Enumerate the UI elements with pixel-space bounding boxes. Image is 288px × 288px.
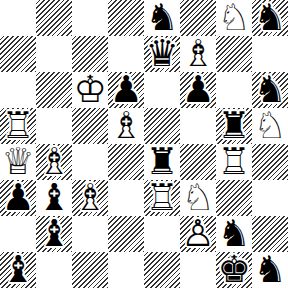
- square-b4[interactable]: ♝♗: [36, 144, 72, 180]
- square-e5[interactable]: [144, 108, 180, 144]
- square-b7[interactable]: [36, 36, 72, 72]
- black-knight: ♞♞: [252, 0, 288, 36]
- square-a7[interactable]: [0, 36, 36, 72]
- square-e8[interactable]: ♞♞: [144, 0, 180, 36]
- black-queen: ♛♛: [144, 36, 180, 72]
- square-b6[interactable]: [36, 72, 72, 108]
- square-e3[interactable]: ♜♖: [144, 180, 180, 216]
- square-a3[interactable]: ♟♟: [0, 180, 36, 216]
- white-bishop: ♝♗: [180, 36, 216, 72]
- square-g3[interactable]: [216, 180, 252, 216]
- square-b2[interactable]: ♝♝: [36, 216, 72, 252]
- square-g4[interactable]: ♜♖: [216, 144, 252, 180]
- square-f5[interactable]: [180, 108, 216, 144]
- square-c6[interactable]: ♚♔: [72, 72, 108, 108]
- square-g5[interactable]: ♜♜: [216, 108, 252, 144]
- square-b8[interactable]: [36, 0, 72, 36]
- white-bishop: ♝♗: [72, 180, 108, 216]
- square-g6[interactable]: [216, 72, 252, 108]
- white-bishop: ♝♗: [108, 108, 144, 144]
- square-a1[interactable]: ♝♝: [0, 252, 36, 288]
- square-e6[interactable]: [144, 72, 180, 108]
- square-f1[interactable]: [180, 252, 216, 288]
- square-g7[interactable]: [216, 36, 252, 72]
- square-d8[interactable]: [108, 0, 144, 36]
- square-h6[interactable]: ♞♞: [252, 72, 288, 108]
- white-knight: ♞♘: [216, 0, 252, 36]
- square-f3[interactable]: ♞♘: [180, 180, 216, 216]
- white-queen: ♛♕: [0, 144, 36, 180]
- black-rook: ♜♜: [144, 144, 180, 180]
- white-rook: ♜♖: [0, 108, 36, 144]
- square-c4[interactable]: [72, 144, 108, 180]
- white-knight: ♞♘: [252, 108, 288, 144]
- square-d3[interactable]: [108, 180, 144, 216]
- chess-board: ♞♞♞♘♞♞♛♛♝♗♚♔♟♟♟♟♞♞♜♖♝♗♜♜♞♘♛♕♝♗♜♜♜♖♟♟♝♝♝♗…: [0, 0, 288, 288]
- white-rook: ♜♖: [216, 144, 252, 180]
- square-h4[interactable]: [252, 144, 288, 180]
- square-d4[interactable]: [108, 144, 144, 180]
- black-bishop: ♝♝: [36, 216, 72, 252]
- square-g1[interactable]: ♚♚: [216, 252, 252, 288]
- square-h8[interactable]: ♞♞: [252, 0, 288, 36]
- black-knight: ♞♞: [216, 216, 252, 252]
- square-e1[interactable]: [144, 252, 180, 288]
- black-pawn: ♟♟: [180, 72, 216, 108]
- white-knight: ♞♘: [180, 180, 216, 216]
- black-pawn: ♟♟: [108, 72, 144, 108]
- black-bishop: ♝♝: [36, 180, 72, 216]
- white-bishop: ♝♗: [36, 144, 72, 180]
- square-c7[interactable]: [72, 36, 108, 72]
- square-h2[interactable]: [252, 216, 288, 252]
- square-b3[interactable]: ♝♝: [36, 180, 72, 216]
- black-knight: ♞♞: [252, 252, 288, 288]
- white-rook: ♜♖: [144, 180, 180, 216]
- square-a2[interactable]: [0, 216, 36, 252]
- square-h3[interactable]: [252, 180, 288, 216]
- white-pawn: ♟♙: [180, 216, 216, 252]
- square-e4[interactable]: ♜♜: [144, 144, 180, 180]
- square-g2[interactable]: ♞♞: [216, 216, 252, 252]
- square-f4[interactable]: [180, 144, 216, 180]
- square-h5[interactable]: ♞♘: [252, 108, 288, 144]
- square-c1[interactable]: [72, 252, 108, 288]
- square-f8[interactable]: [180, 0, 216, 36]
- square-d2[interactable]: [108, 216, 144, 252]
- black-knight: ♞♞: [252, 72, 288, 108]
- square-f6[interactable]: ♟♟: [180, 72, 216, 108]
- square-c8[interactable]: [72, 0, 108, 36]
- square-a4[interactable]: ♛♕: [0, 144, 36, 180]
- square-h1[interactable]: ♞♞: [252, 252, 288, 288]
- black-bishop: ♝♝: [0, 252, 36, 288]
- black-king: ♚♚: [216, 252, 252, 288]
- square-c5[interactable]: [72, 108, 108, 144]
- square-d5[interactable]: ♝♗: [108, 108, 144, 144]
- square-b5[interactable]: [36, 108, 72, 144]
- black-pawn: ♟♟: [0, 180, 36, 216]
- square-d1[interactable]: [108, 252, 144, 288]
- square-a6[interactable]: [0, 72, 36, 108]
- square-b1[interactable]: [36, 252, 72, 288]
- square-e7[interactable]: ♛♛: [144, 36, 180, 72]
- black-knight: ♞♞: [144, 0, 180, 36]
- square-d7[interactable]: [108, 36, 144, 72]
- square-c3[interactable]: ♝♗: [72, 180, 108, 216]
- black-rook: ♜♜: [216, 108, 252, 144]
- square-a8[interactable]: [0, 0, 36, 36]
- square-a5[interactable]: ♜♖: [0, 108, 36, 144]
- white-king: ♚♔: [72, 72, 108, 108]
- square-h7[interactable]: [252, 36, 288, 72]
- square-e2[interactable]: [144, 216, 180, 252]
- square-f2[interactable]: ♟♙: [180, 216, 216, 252]
- square-f7[interactable]: ♝♗: [180, 36, 216, 72]
- square-c2[interactable]: [72, 216, 108, 252]
- square-g8[interactable]: ♞♘: [216, 0, 252, 36]
- square-d6[interactable]: ♟♟: [108, 72, 144, 108]
